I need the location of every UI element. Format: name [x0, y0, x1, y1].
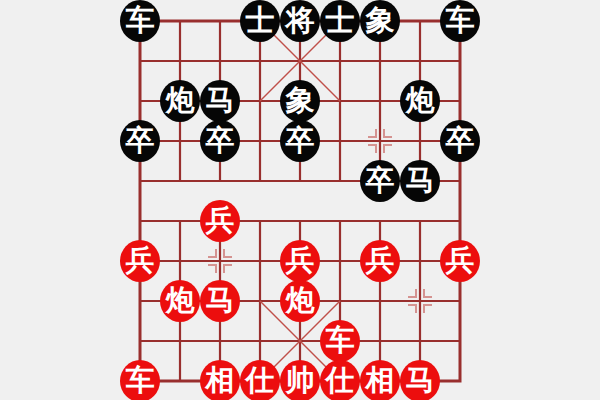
piece-glyph: 卒	[446, 126, 475, 155]
piece-glyph: 兵	[286, 246, 315, 275]
piece-black-soldier[interactable]: 卒	[360, 160, 400, 202]
piece-red-soldier[interactable]: 兵	[280, 240, 320, 282]
piece-red-horse[interactable]: 马	[200, 280, 240, 322]
piece-glyph: 士	[246, 6, 275, 35]
piece-red-advisor[interactable]: 仕	[240, 360, 280, 400]
piece-black-elephant[interactable]: 象	[280, 80, 320, 122]
piece-glyph: 马	[406, 366, 435, 395]
piece-glyph: 马	[206, 86, 235, 115]
piece-glyph: 车	[126, 6, 155, 35]
piece-glyph: 象	[366, 6, 395, 35]
piece-red-soldier[interactable]: 兵	[120, 240, 160, 282]
piece-glyph: 卒	[366, 166, 395, 195]
piece-red-soldier[interactable]: 兵	[440, 240, 480, 282]
piece-black-soldier[interactable]: 卒	[200, 120, 240, 162]
piece-glyph: 兵	[126, 246, 155, 275]
piece-black-soldier[interactable]: 卒	[120, 120, 160, 162]
piece-glyph: 车	[126, 366, 155, 395]
piece-red-cannon[interactable]: 炮	[160, 280, 200, 322]
piece-glyph: 炮	[406, 86, 435, 115]
piece-glyph: 车	[446, 6, 475, 35]
piece-glyph: 车	[326, 326, 355, 355]
piece-black-cannon[interactable]: 炮	[400, 80, 440, 122]
piece-black-elephant[interactable]: 象	[360, 0, 400, 42]
piece-red-soldier[interactable]: 兵	[360, 240, 400, 282]
piece-glyph: 象	[286, 86, 315, 115]
piece-black-advisor[interactable]: 士	[320, 0, 360, 42]
piece-glyph: 卒	[286, 126, 315, 155]
piece-black-horse[interactable]: 马	[200, 80, 240, 122]
piece-glyph: 相	[366, 366, 395, 395]
xiangqi-board[interactable]: 车士将士象车炮马象炮卒卒卒卒卒马兵兵兵兵兵炮马炮车车相仕帅仕相马	[0, 0, 600, 400]
piece-glyph: 仕	[246, 366, 275, 395]
piece-black-general[interactable]: 将	[280, 0, 320, 42]
piece-black-cannon[interactable]: 炮	[160, 80, 200, 122]
piece-red-advisor[interactable]: 仕	[320, 360, 360, 400]
piece-red-general[interactable]: 帅	[280, 360, 320, 400]
piece-red-horse[interactable]: 马	[400, 360, 440, 400]
piece-red-cannon[interactable]: 炮	[280, 280, 320, 322]
piece-black-soldier[interactable]: 卒	[440, 120, 480, 162]
piece-black-advisor[interactable]: 士	[240, 0, 280, 42]
piece-glyph: 炮	[286, 286, 315, 315]
piece-black-chariot[interactable]: 车	[440, 0, 480, 42]
piece-glyph: 马	[206, 286, 235, 315]
piece-glyph: 兵	[206, 206, 235, 235]
piece-red-soldier[interactable]: 兵	[200, 200, 240, 242]
piece-glyph: 帅	[286, 366, 315, 395]
piece-glyph: 卒	[206, 126, 235, 155]
piece-glyph: 相	[206, 366, 235, 395]
piece-red-elephant[interactable]: 相	[200, 360, 240, 400]
piece-black-soldier[interactable]: 卒	[280, 120, 320, 162]
piece-glyph: 将	[286, 6, 315, 35]
piece-red-chariot[interactable]: 车	[120, 360, 160, 400]
piece-red-chariot[interactable]: 车	[320, 320, 360, 362]
piece-glyph: 士	[326, 6, 355, 35]
piece-glyph: 兵	[366, 246, 395, 275]
piece-red-elephant[interactable]: 相	[360, 360, 400, 400]
pieces-layer: 车士将士象车炮马象炮卒卒卒卒卒马兵兵兵兵兵炮马炮车车相仕帅仕相马	[0, 0, 600, 400]
piece-glyph: 炮	[166, 286, 195, 315]
piece-black-horse[interactable]: 马	[400, 160, 440, 202]
piece-glyph: 仕	[326, 366, 355, 395]
piece-glyph: 兵	[446, 246, 475, 275]
piece-glyph: 卒	[126, 126, 155, 155]
piece-black-chariot[interactable]: 车	[120, 0, 160, 42]
piece-glyph: 马	[406, 166, 435, 195]
piece-glyph: 炮	[166, 86, 195, 115]
